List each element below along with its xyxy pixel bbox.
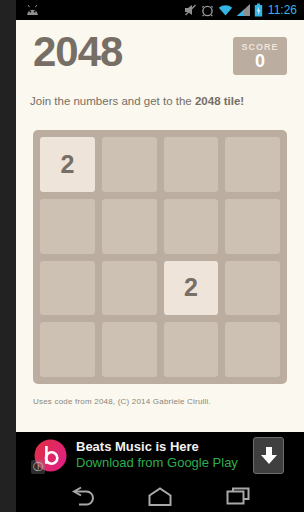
empty-cell: [225, 322, 280, 377]
empty-cell: [225, 199, 280, 254]
download-icon: [259, 445, 279, 467]
empty-cell: [164, 322, 219, 377]
home-button[interactable]: [146, 485, 174, 507]
clock: 11:26: [268, 0, 297, 20]
empty-cell: [102, 322, 157, 377]
credit-text: Uses code from 2048, (C) 2014 Gabriele C…: [33, 397, 211, 406]
battery-charging-icon: [254, 3, 263, 17]
ad-subtitle: Download from Google Play: [76, 455, 238, 471]
empty-cell: [40, 322, 95, 377]
intro-text: Join the numbers and get to the 2048 til…: [30, 94, 290, 108]
recents-icon: [226, 487, 250, 505]
empty-cell: [164, 137, 219, 192]
page-title: 2048: [33, 28, 122, 76]
tile-2: 2: [164, 261, 219, 316]
empty-cell: [40, 199, 95, 254]
intro-text-highlight: 2048 tile!: [195, 95, 244, 107]
tile-2: 2: [40, 137, 95, 192]
empty-cell: [225, 137, 280, 192]
score-value: 0: [255, 52, 265, 71]
empty-cell: [102, 137, 157, 192]
empty-cell: [164, 199, 219, 254]
phone-screen: 11:26 2048 SCORE 0 Join the numbers and …: [16, 0, 304, 512]
ad-title: Beats Music is Here: [76, 439, 238, 455]
download-button[interactable]: [253, 437, 284, 474]
mute-icon: [184, 4, 197, 16]
ad-info-icon[interactable]: ⓘ: [31, 460, 45, 474]
score-box: SCORE 0: [233, 37, 287, 75]
signal-icon: [237, 4, 250, 16]
empty-cell: [102, 199, 157, 254]
empty-cell: [102, 261, 157, 316]
recents-button[interactable]: [224, 485, 252, 507]
android-notification-icon: [25, 4, 40, 16]
alarm-icon: [201, 4, 214, 17]
back-button[interactable]: [68, 485, 96, 507]
empty-cell: [225, 261, 280, 316]
back-icon: [68, 486, 96, 506]
wifi-icon: [218, 4, 233, 16]
game-area: 2048 SCORE 0 Join the numbers and get to…: [16, 20, 304, 432]
navigation-bar: [16, 480, 304, 512]
score-label: SCORE: [241, 42, 278, 52]
empty-cell: [40, 261, 95, 316]
ad-banner[interactable]: ⓘ Beats Music is Here Download from Goog…: [16, 432, 304, 480]
game-board[interactable]: 22: [33, 130, 287, 384]
ad-text: Beats Music is Here Download from Google…: [76, 439, 238, 471]
status-bar: 11:26: [16, 0, 304, 20]
intro-text-main: Join the numbers and get to the: [30, 95, 195, 107]
home-icon: [147, 487, 173, 506]
